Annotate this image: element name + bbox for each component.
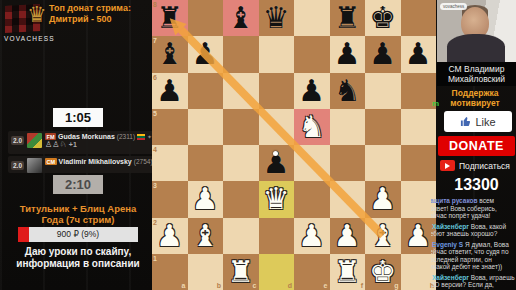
stream-overlay: ♛ VOVACHESS Топ донат стрима: Дмитрий - …	[0, 0, 516, 290]
square-e7[interactable]	[294, 36, 330, 72]
square-e8[interactable]	[294, 0, 330, 36]
square-g8[interactable]: ♚	[365, 0, 401, 36]
square-g1[interactable]: ♚g	[365, 254, 401, 290]
file-label-b: b	[217, 282, 221, 289]
square-h7[interactable]: ♟	[401, 36, 437, 72]
score-badge-top: 2.0	[11, 136, 24, 145]
chat-message-3: Evgeniy S Я думал, Вова сейчас ответит, …	[431, 241, 516, 271]
captured-pieces-top: ♙♙♘ +1	[45, 141, 152, 149]
chat-panel[interactable]: Защита русаков всем привет! Вова соберис…	[431, 197, 516, 290]
square-b5[interactable]	[188, 109, 224, 145]
black-piece-f6[interactable]: ♞	[330, 73, 366, 109]
square-a1[interactable]: 1a	[152, 254, 188, 290]
rank-label-8: 8	[153, 1, 157, 8]
top-donation-value: Дмитрий - 500	[49, 14, 159, 25]
mouse-cursor-dot	[273, 151, 278, 156]
chat-message-2: Хайзенберг Вова, какой дебют знаешь хоро…	[431, 223, 516, 238]
square-a4[interactable]: 4	[152, 145, 188, 181]
title-badge-top: FM	[45, 133, 56, 140]
like-button[interactable]: Like	[444, 111, 512, 132]
square-b8[interactable]	[188, 0, 224, 36]
goal-line2: Года (7ч стрим)	[10, 214, 146, 225]
square-d7[interactable]	[259, 36, 295, 72]
square-e5[interactable]: ♞	[294, 109, 330, 145]
black-piece-b7[interactable]: ♟	[188, 36, 224, 72]
webcam-feed: vovachess	[437, 0, 516, 62]
file-label-d: d	[288, 282, 292, 289]
rank-label-3: 3	[153, 182, 157, 189]
square-f6[interactable]: ♞	[330, 73, 366, 109]
promo-line2: информация в описании	[5, 258, 151, 270]
white-piece-f2[interactable]: ♟	[330, 218, 366, 254]
player-name-bottom: Vladimir Mikhailovsky	[59, 158, 132, 165]
square-e1[interactable]: e	[294, 254, 330, 290]
square-h8[interactable]	[401, 0, 437, 36]
square-c8[interactable]: ♝	[223, 0, 259, 36]
chat-message-4: Хайзенберг Вова, играешь в 3D версии? Ес…	[431, 274, 516, 290]
webcam-tag: vovachess	[440, 3, 467, 10]
promo-line1: Даю уроки по скайпу,	[5, 246, 151, 258]
streamer-name: СМ Владимир Михайловский	[437, 62, 516, 86]
vovachess-logo-text: VOVACHESS	[4, 35, 64, 42]
square-b7[interactable]: ♟	[188, 36, 224, 72]
top-donation: Топ донат стрима: Дмитрий - 500	[49, 3, 159, 24]
black-piece-g8[interactable]: ♚	[365, 0, 401, 36]
chess-board[interactable]: ♜8♝♛♜♚♝7♟♟♟♟♟6♟♞5♞4♟3♟♛♟♟2♝♟♟♝♟1ab♜cde♜f…	[152, 0, 436, 290]
square-e4[interactable]	[294, 145, 330, 181]
clock-bottom: 2:10	[53, 175, 103, 194]
subscribe-button[interactable]: Подписаться	[440, 160, 510, 171]
thumbs-up-icon	[460, 116, 471, 127]
subscriber-count: 13300	[437, 176, 516, 194]
chat-username[interactable]: Защита русаков	[431, 197, 479, 204]
black-piece-a8[interactable]: ♜	[152, 0, 188, 36]
square-b4[interactable]	[188, 145, 224, 181]
gold-queen-icon: ♛	[27, 2, 47, 28]
black-piece-e6[interactable]: ♟	[294, 73, 330, 109]
black-piece-a6[interactable]: ♟	[152, 73, 188, 109]
square-f5[interactable]	[330, 109, 366, 145]
square-e3[interactable]	[294, 181, 330, 217]
square-f8[interactable]: ♜	[330, 0, 366, 36]
player-row-bottom[interactable]: 2.0 CM Vladimir Mikhailovsky (2754)	[8, 156, 155, 173]
donate-button[interactable]: DONATE	[438, 136, 515, 156]
chat-message-1: Защита русаков всем привет! Вова соберис…	[431, 197, 516, 220]
square-g7[interactable]: ♟	[365, 36, 401, 72]
rank-label-7: 7	[153, 37, 157, 44]
square-h6[interactable]	[401, 73, 437, 109]
black-piece-d8[interactable]: ♛	[259, 0, 295, 36]
white-piece-e2[interactable]: ♟	[294, 218, 330, 254]
square-b6[interactable]	[188, 73, 224, 109]
square-a3[interactable]: 3	[152, 181, 188, 217]
player-row-top[interactable]: 2.0 FM Gudas Morkunas (2311) ✦ ♙♙♘ +1	[8, 131, 155, 154]
white-piece-e5[interactable]: ♞	[294, 109, 330, 145]
file-label-f: f	[361, 282, 363, 289]
top-donation-label: Топ донат стрима:	[49, 3, 159, 14]
square-a8[interactable]: ♜8	[152, 0, 188, 36]
square-a7[interactable]: ♝7	[152, 36, 188, 72]
lessons-promo: Даю уроки по скайпу, информация в описан…	[5, 246, 151, 270]
square-c1[interactable]: ♜c	[223, 254, 259, 290]
black-piece-f8[interactable]: ♜	[330, 0, 366, 36]
file-label-g: g	[394, 282, 398, 289]
square-f2[interactable]: ♟	[330, 218, 366, 254]
chat-username[interactable]: Evgeniy S	[432, 241, 465, 248]
square-a5[interactable]: 5	[152, 109, 188, 145]
player-name-top: Gudas Morkunas	[58, 133, 115, 140]
square-a6[interactable]: ♟6	[152, 73, 188, 109]
score-badge-bottom: 2.0	[11, 161, 24, 170]
donation-progress-bar: 900 ₽ (9%)	[18, 227, 138, 242]
square-e2[interactable]: ♟	[294, 218, 330, 254]
youtube-play-icon	[440, 160, 455, 171]
black-piece-a7[interactable]: ♝	[152, 36, 188, 72]
square-d6[interactable]	[259, 73, 295, 109]
square-g2[interactable]: ♝	[365, 218, 401, 254]
title-badge-bottom: CM	[45, 158, 57, 165]
square-d3[interactable]: ♛	[259, 181, 295, 217]
white-piece-g3[interactable]: ♟	[365, 181, 401, 217]
file-label-e: e	[324, 282, 328, 289]
subscribe-label: Подписаться	[459, 161, 510, 171]
streamer-name-line1: СМ Владимир	[437, 64, 516, 74]
avatar-bottom	[27, 158, 42, 173]
square-a2[interactable]: ♟2	[152, 218, 188, 254]
white-piece-b2[interactable]: ♝	[188, 218, 224, 254]
white-piece-a2[interactable]: ♟	[152, 218, 188, 254]
square-d1[interactable]: d	[259, 254, 295, 290]
material-advantage: +1	[69, 141, 77, 148]
white-piece-d3[interactable]: ♛	[259, 181, 295, 217]
progress-label: 900 ₽ (9%)	[18, 227, 138, 242]
rank-label-5: 5	[153, 110, 157, 117]
square-h4[interactable]	[401, 145, 437, 181]
square-c7[interactable]	[223, 36, 259, 72]
streamer-body	[447, 34, 505, 62]
square-g3[interactable]: ♟	[365, 181, 401, 217]
stream-goal-title: Титульник + Блиц Арена Года (7ч стрим)	[10, 203, 146, 225]
rank-label-2: 2	[153, 219, 157, 226]
square-b3[interactable]: ♟	[188, 181, 224, 217]
black-piece-g7[interactable]: ♟	[365, 36, 401, 72]
player-rating-bottom: (2754)	[134, 158, 153, 165]
white-piece-b3[interactable]: ♟	[188, 181, 224, 217]
like-label: Like	[475, 116, 495, 128]
rank-label-4: 4	[153, 146, 157, 153]
goal-line1: Титульник + Блиц Арена	[10, 203, 146, 214]
square-f4[interactable]	[330, 145, 366, 181]
black-piece-h7[interactable]: ♟	[401, 36, 437, 72]
rank-label-1: 1	[153, 255, 157, 262]
square-c6[interactable]	[223, 73, 259, 109]
square-g5[interactable]	[365, 109, 401, 145]
square-d2[interactable]	[259, 218, 295, 254]
streamer-name-line2: Михайловский	[437, 74, 516, 84]
square-c2[interactable]	[223, 218, 259, 254]
chat-username[interactable]: Хайзенберг	[432, 274, 471, 281]
support-line1: Поддержка мотивирует	[434, 88, 516, 108]
square-c5[interactable]	[223, 109, 259, 145]
square-f7[interactable]: ♟	[330, 36, 366, 72]
lithuania-flag-icon	[137, 134, 145, 140]
captured-glyphs: ♙♙♘	[45, 140, 67, 149]
square-g4[interactable]	[365, 145, 401, 181]
file-label-c: c	[253, 282, 257, 289]
square-f1[interactable]: ♜f	[330, 254, 366, 290]
square-d8[interactable]: ♛	[259, 0, 295, 36]
black-piece-c8[interactable]: ♝	[223, 0, 259, 36]
player-rating-top: (2311)	[117, 133, 135, 140]
chat-username[interactable]: Хайзенберг	[432, 223, 471, 230]
black-piece-f7[interactable]: ♟	[330, 36, 366, 72]
square-h5[interactable]	[401, 109, 437, 145]
square-g6[interactable]	[365, 73, 401, 109]
square-b1[interactable]: b	[188, 254, 224, 290]
file-label-a: a	[182, 282, 186, 289]
square-f3[interactable]	[330, 181, 366, 217]
white-piece-g2[interactable]: ♝	[365, 218, 401, 254]
avatar-top	[27, 133, 42, 148]
square-c3[interactable]	[223, 181, 259, 217]
square-e6[interactable]: ♟	[294, 73, 330, 109]
clock-top: 1:05	[53, 108, 103, 127]
square-c4[interactable]	[223, 145, 259, 181]
square-b2[interactable]: ♝	[188, 218, 224, 254]
square-d5[interactable]	[259, 109, 295, 145]
rank-label-6: 6	[153, 74, 157, 81]
